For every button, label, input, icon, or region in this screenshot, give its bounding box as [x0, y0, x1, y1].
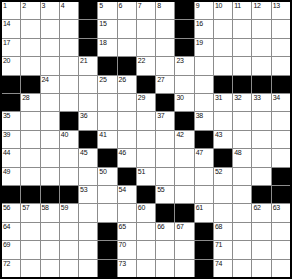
clue-number-73: 73 [119, 260, 126, 268]
clue-number-62: 62 [253, 204, 260, 212]
white-cell-r8c6[interactable]: 41 [98, 131, 116, 148]
white-cell-r13c15[interactable] [272, 223, 290, 240]
clue-number-71: 71 [215, 241, 222, 249]
white-cell-r9c10[interactable] [175, 149, 193, 166]
white-cell-r2c11[interactable]: 16 [195, 20, 213, 37]
clue-number-4: 4 [61, 2, 65, 10]
black-cell-r5c1 [2, 76, 20, 93]
clue-number-18: 18 [99, 39, 106, 47]
white-cell-r13c2[interactable] [21, 223, 39, 240]
white-cell-r1c15[interactable]: 13 [272, 2, 290, 19]
clue-number-72: 72 [3, 260, 10, 268]
white-cell-r14c3[interactable] [41, 241, 59, 258]
black-cell-r4c7 [118, 57, 136, 74]
crossword-grid: 1234567891011121314151617181920212223242… [0, 0, 292, 279]
white-cell-r9c15[interactable] [272, 149, 290, 166]
black-cell-r12c10 [175, 204, 193, 221]
clue-number-6: 6 [119, 2, 123, 10]
black-cell-r5c2 [21, 76, 39, 93]
black-cell-r11c14 [252, 186, 270, 203]
white-cell-r10c10[interactable] [175, 168, 193, 185]
clue-number-9: 9 [196, 2, 200, 10]
white-cell-r13c10[interactable]: 67 [175, 223, 193, 240]
white-cell-r2c9[interactable] [156, 20, 174, 37]
white-cell-r12c1[interactable]: 56 [2, 204, 20, 221]
clue-number-2: 2 [22, 2, 26, 10]
white-cell-r11c6[interactable] [98, 186, 116, 203]
clue-number-74: 74 [215, 260, 222, 268]
white-cell-r10c2[interactable] [21, 168, 39, 185]
white-cell-r10c3[interactable] [41, 168, 59, 185]
white-cell-r4c9[interactable] [156, 57, 174, 74]
white-cell-r14c8[interactable] [137, 241, 155, 258]
clue-number-68: 68 [215, 223, 222, 231]
black-cell-r10c15 [272, 168, 290, 185]
clue-number-69: 69 [3, 241, 10, 249]
clue-number-63: 63 [273, 204, 280, 212]
white-cell-r11c10[interactable] [175, 186, 193, 203]
white-cell-r15c8[interactable] [137, 260, 155, 277]
white-cell-r9c13[interactable]: 48 [233, 149, 251, 166]
white-cell-r2c7[interactable] [118, 20, 136, 37]
white-cell-r2c8[interactable] [137, 20, 155, 37]
white-cell-r14c13[interactable] [233, 241, 251, 258]
white-cell-r15c13[interactable] [233, 260, 251, 277]
white-cell-r6c11[interactable] [195, 94, 213, 111]
clue-number-65: 65 [119, 223, 126, 231]
white-cell-r7c14[interactable] [252, 112, 270, 129]
white-cell-r1c3[interactable]: 3 [41, 2, 59, 19]
clue-number-29: 29 [138, 94, 145, 102]
clue-number-60: 60 [138, 204, 145, 212]
white-cell-r3c13[interactable] [233, 39, 251, 56]
white-cell-r2c1[interactable]: 14 [2, 20, 20, 37]
clue-number-31: 31 [215, 94, 222, 102]
white-cell-r15c10[interactable] [175, 260, 193, 277]
white-cell-r14c10[interactable] [175, 241, 193, 258]
black-cell-r1c10 [175, 2, 193, 19]
white-cell-r6c5[interactable] [79, 94, 97, 111]
white-cell-r4c13[interactable] [233, 57, 251, 74]
white-cell-r10c4[interactable] [60, 168, 78, 185]
white-cell-r3c2[interactable] [21, 39, 39, 56]
black-cell-r4c6 [98, 57, 116, 74]
white-cell-r8c10[interactable]: 42 [175, 131, 193, 148]
white-cell-r11c13[interactable] [233, 186, 251, 203]
white-cell-r14c15[interactable] [272, 241, 290, 258]
white-cell-r14c1[interactable]: 69 [2, 241, 20, 258]
clue-number-37: 37 [157, 112, 164, 120]
black-cell-r11c15 [272, 186, 290, 203]
white-cell-r7c9[interactable]: 37 [156, 112, 174, 129]
clue-number-47: 47 [196, 149, 203, 157]
white-cell-r5c9[interactable]: 27 [156, 76, 174, 93]
white-cell-r3c15[interactable] [272, 39, 290, 56]
white-cell-r6c10[interactable]: 30 [175, 94, 193, 111]
white-cell-r6c7[interactable] [118, 94, 136, 111]
clue-number-34: 34 [273, 94, 280, 102]
clue-number-19: 19 [196, 39, 203, 47]
white-cell-r10c6[interactable]: 50 [98, 168, 116, 185]
white-cell-r1c9[interactable]: 8 [156, 2, 174, 19]
clue-number-66: 66 [157, 223, 164, 231]
white-cell-r12c15[interactable]: 63 [272, 204, 290, 221]
clue-number-51: 51 [138, 168, 145, 176]
white-cell-r1c6[interactable]: 5 [98, 2, 116, 19]
clue-number-3: 3 [42, 2, 46, 10]
white-cell-r5c11[interactable] [195, 76, 213, 93]
black-cell-r11c4 [60, 186, 78, 203]
white-cell-r6c14[interactable]: 33 [252, 94, 270, 111]
white-cell-r9c5[interactable]: 45 [79, 149, 97, 166]
white-cell-r4c15[interactable] [272, 57, 290, 74]
clue-number-20: 20 [3, 57, 10, 65]
white-cell-r15c4[interactable] [60, 260, 78, 277]
clue-number-24: 24 [42, 76, 49, 84]
white-cell-r11c12[interactable] [214, 186, 232, 203]
white-cell-r9c8[interactable] [137, 149, 155, 166]
white-cell-r12c5[interactable] [79, 204, 97, 221]
white-cell-r3c9[interactable] [156, 39, 174, 56]
black-cell-r5c8 [137, 76, 155, 93]
clue-number-45: 45 [80, 149, 87, 157]
white-cell-r9c1[interactable]: 44 [2, 149, 20, 166]
black-cell-r6c9 [156, 94, 174, 111]
black-cell-r11c8 [137, 186, 155, 203]
white-cell-r8c13[interactable] [233, 131, 251, 148]
white-cell-r13c14[interactable] [252, 223, 270, 240]
black-cell-r11c3 [41, 186, 59, 203]
white-cell-r13c3[interactable] [41, 223, 59, 240]
white-cell-r12c6[interactable] [98, 204, 116, 221]
white-cell-r13c5[interactable] [79, 223, 97, 240]
white-cell-r6c4[interactable] [60, 94, 78, 111]
white-cell-r11c5[interactable]: 53 [79, 186, 97, 203]
white-cell-r7c13[interactable] [233, 112, 251, 129]
white-cell-r5c5[interactable] [79, 76, 97, 93]
white-cell-r6c2[interactable]: 28 [21, 94, 39, 111]
white-cell-r2c6[interactable]: 15 [98, 20, 116, 37]
clue-number-41: 41 [99, 131, 106, 139]
white-cell-r2c3[interactable] [41, 20, 59, 37]
white-cell-r3c8[interactable] [137, 39, 155, 56]
clue-number-49: 49 [3, 168, 10, 176]
white-cell-r12c11[interactable]: 61 [195, 204, 213, 221]
white-cell-r2c4[interactable] [60, 20, 78, 37]
black-cell-r10c7 [118, 168, 136, 185]
clue-number-38: 38 [196, 112, 203, 120]
clue-number-16: 16 [196, 20, 203, 28]
white-cell-r14c2[interactable] [21, 241, 39, 258]
black-cell-r9c12 [214, 149, 232, 166]
white-cell-r4c11[interactable] [195, 57, 213, 74]
white-cell-r13c9[interactable]: 66 [156, 223, 174, 240]
black-cell-r5c13 [233, 76, 251, 93]
white-cell-r11c9[interactable]: 55 [156, 186, 174, 203]
clue-number-54: 54 [119, 186, 126, 194]
white-cell-r12c3[interactable]: 58 [41, 204, 59, 221]
clue-number-22: 22 [138, 57, 145, 65]
white-cell-r12c4[interactable]: 59 [60, 204, 78, 221]
white-cell-r7c12[interactable] [214, 112, 232, 129]
black-cell-r5c14 [252, 76, 270, 93]
clue-number-46: 46 [119, 149, 126, 157]
white-cell-r1c13[interactable]: 11 [233, 2, 251, 19]
black-cell-r9c6 [98, 149, 116, 166]
black-cell-r1c5 [79, 2, 97, 19]
white-cell-r6c6[interactable] [98, 94, 116, 111]
clue-number-50: 50 [99, 168, 106, 176]
white-cell-r15c9[interactable] [156, 260, 174, 277]
white-cell-r7c8[interactable] [137, 112, 155, 129]
white-cell-r11c7[interactable]: 54 [118, 186, 136, 203]
white-cell-r14c4[interactable] [60, 241, 78, 258]
white-cell-r9c14[interactable] [252, 149, 270, 166]
black-cell-r3c5 [79, 39, 97, 56]
white-cell-r5c4[interactable] [60, 76, 78, 93]
black-cell-r7c10 [175, 112, 193, 129]
white-cell-r4c2[interactable] [21, 57, 39, 74]
white-cell-r15c5[interactable] [79, 260, 97, 277]
clue-number-25: 25 [99, 76, 106, 84]
white-cell-r3c6[interactable]: 18 [98, 39, 116, 56]
clue-number-61: 61 [196, 204, 203, 212]
black-cell-r15c6 [98, 260, 116, 277]
clue-number-43: 43 [215, 131, 222, 139]
white-cell-r2c12[interactable] [214, 20, 232, 37]
white-cell-r7c6[interactable] [98, 112, 116, 129]
clue-number-53: 53 [80, 186, 87, 194]
black-cell-r8c11 [195, 131, 213, 148]
white-cell-r12c13[interactable] [233, 204, 251, 221]
clue-number-30: 30 [176, 94, 183, 102]
white-cell-r10c11[interactable] [195, 168, 213, 185]
white-cell-r12c2[interactable]: 57 [21, 204, 39, 221]
black-cell-r14c6 [98, 241, 116, 258]
white-cell-r9c3[interactable] [41, 149, 59, 166]
white-cell-r10c9[interactable] [156, 168, 174, 185]
white-cell-r4c1[interactable]: 20 [2, 57, 20, 74]
clue-number-21: 21 [80, 57, 87, 65]
white-cell-r1c1[interactable]: 1 [2, 2, 20, 19]
white-cell-r4c14[interactable] [252, 57, 270, 74]
white-cell-r5c3[interactable]: 24 [41, 76, 59, 93]
black-cell-r15c11 [195, 260, 213, 277]
white-cell-r3c7[interactable] [118, 39, 136, 56]
white-cell-r7c1[interactable]: 35 [2, 112, 20, 129]
white-cell-r8c12[interactable]: 43 [214, 131, 232, 148]
white-cell-r2c14[interactable] [252, 20, 270, 37]
white-cell-r5c6[interactable]: 25 [98, 76, 116, 93]
white-cell-r10c1[interactable]: 49 [2, 168, 20, 185]
white-cell-r3c14[interactable] [252, 39, 270, 56]
white-cell-r2c15[interactable] [272, 20, 290, 37]
clue-number-44: 44 [3, 149, 10, 157]
white-cell-r3c12[interactable] [214, 39, 232, 56]
clue-number-28: 28 [22, 94, 29, 102]
white-cell-r15c15[interactable] [272, 260, 290, 277]
clue-number-42: 42 [176, 131, 183, 139]
black-cell-r11c2 [21, 186, 39, 203]
white-cell-r5c7[interactable]: 26 [118, 76, 136, 93]
white-cell-r8c8[interactable] [137, 131, 155, 148]
clue-number-23: 23 [176, 57, 183, 65]
clue-number-56: 56 [3, 204, 10, 212]
white-cell-r4c10[interactable]: 23 [175, 57, 193, 74]
white-cell-r10c12[interactable]: 52 [214, 168, 232, 185]
white-cell-r12c14[interactable]: 62 [252, 204, 270, 221]
clue-number-59: 59 [61, 204, 68, 212]
white-cell-r4c12[interactable] [214, 57, 232, 74]
white-cell-r13c1[interactable]: 64 [2, 223, 20, 240]
clue-number-33: 33 [253, 94, 260, 102]
white-cell-r12c7[interactable] [118, 204, 136, 221]
clue-number-12: 12 [253, 2, 260, 10]
white-cell-r11c11[interactable] [195, 186, 213, 203]
white-cell-r3c3[interactable] [41, 39, 59, 56]
white-cell-r10c13[interactable] [233, 168, 251, 185]
black-cell-r13c6 [98, 223, 116, 240]
clue-number-13: 13 [273, 2, 280, 10]
clue-number-11: 11 [234, 2, 241, 10]
white-cell-r6c8[interactable]: 29 [137, 94, 155, 111]
clue-number-5: 5 [99, 2, 103, 10]
white-cell-r6c13[interactable]: 32 [233, 94, 251, 111]
black-cell-r11c1 [2, 186, 20, 203]
clue-number-32: 32 [234, 94, 241, 102]
white-cell-r14c14[interactable] [252, 241, 270, 258]
black-cell-r14c11 [195, 241, 213, 258]
white-cell-r5c10[interactable] [175, 76, 193, 93]
white-cell-r8c1[interactable]: 39 [2, 131, 20, 148]
white-cell-r4c5[interactable]: 21 [79, 57, 97, 74]
white-cell-r14c7[interactable]: 70 [118, 241, 136, 258]
clue-number-10: 10 [215, 2, 222, 10]
clue-number-14: 14 [3, 20, 10, 28]
black-cell-r5c12 [214, 76, 232, 93]
clue-number-27: 27 [157, 76, 164, 84]
black-cell-r7c4 [60, 112, 78, 129]
clue-number-55: 55 [157, 186, 164, 194]
white-cell-r3c1[interactable]: 17 [2, 39, 20, 56]
black-cell-r13c11 [195, 223, 213, 240]
white-cell-r2c13[interactable] [233, 20, 251, 37]
white-cell-r1c14[interactable]: 12 [252, 2, 270, 19]
white-cell-r1c11[interactable]: 9 [195, 2, 213, 19]
white-cell-r14c9[interactable] [156, 241, 174, 258]
clue-number-64: 64 [3, 223, 10, 231]
clue-number-7: 7 [138, 2, 142, 10]
white-cell-r8c15[interactable] [272, 131, 290, 148]
white-cell-r14c12[interactable]: 71 [214, 241, 232, 258]
clue-number-67: 67 [176, 223, 183, 231]
clue-number-26: 26 [119, 76, 126, 84]
white-cell-r3c11[interactable]: 19 [195, 39, 213, 56]
white-cell-r8c3[interactable] [41, 131, 59, 148]
black-cell-r2c10 [175, 20, 193, 37]
white-cell-r13c12[interactable]: 68 [214, 223, 232, 240]
white-cell-r6c3[interactable] [41, 94, 59, 111]
white-cell-r15c14[interactable] [252, 260, 270, 277]
white-cell-r7c2[interactable] [21, 112, 39, 129]
white-cell-r13c7[interactable]: 65 [118, 223, 136, 240]
white-cell-r13c4[interactable] [60, 223, 78, 240]
white-cell-r2c2[interactable] [21, 20, 39, 37]
white-cell-r9c11[interactable]: 47 [195, 149, 213, 166]
white-cell-r15c12[interactable]: 74 [214, 260, 232, 277]
white-cell-r10c8[interactable]: 51 [137, 168, 155, 185]
white-cell-r6c12[interactable]: 31 [214, 94, 232, 111]
white-cell-r7c15[interactable] [272, 112, 290, 129]
white-cell-r13c13[interactable] [233, 223, 251, 240]
white-cell-r1c12[interactable]: 10 [214, 2, 232, 19]
white-cell-r1c8[interactable]: 7 [137, 2, 155, 19]
white-cell-r9c7[interactable]: 46 [118, 149, 136, 166]
white-cell-r8c14[interactable] [252, 131, 270, 148]
white-cell-r15c2[interactable] [21, 260, 39, 277]
white-cell-r4c3[interactable] [41, 57, 59, 74]
clue-number-8: 8 [157, 2, 161, 10]
white-cell-r1c2[interactable]: 2 [21, 2, 39, 19]
clue-number-35: 35 [3, 112, 10, 120]
white-cell-r10c5[interactable] [79, 168, 97, 185]
clue-number-36: 36 [80, 112, 87, 120]
black-cell-r8c5 [79, 131, 97, 148]
clue-number-17: 17 [3, 39, 10, 47]
clue-number-52: 52 [215, 168, 222, 176]
white-cell-r12c12[interactable] [214, 204, 232, 221]
white-cell-r15c1[interactable]: 72 [2, 260, 20, 277]
white-cell-r3c4[interactable] [60, 39, 78, 56]
clue-number-39: 39 [3, 131, 10, 139]
white-cell-r13c8[interactable] [137, 223, 155, 240]
crossword-board: 1234567891011121314151617181920212223242… [0, 0, 292, 279]
black-cell-r3c10 [175, 39, 193, 56]
white-cell-r7c5[interactable]: 36 [79, 112, 97, 129]
white-cell-r12c8[interactable]: 60 [137, 204, 155, 221]
clue-number-70: 70 [119, 241, 126, 249]
white-cell-r8c4[interactable]: 40 [60, 131, 78, 148]
white-cell-r8c9[interactable] [156, 131, 174, 148]
white-cell-r8c7[interactable] [118, 131, 136, 148]
white-cell-r9c2[interactable] [21, 149, 39, 166]
white-cell-r10c14[interactable] [252, 168, 270, 185]
white-cell-r1c7[interactable]: 6 [118, 2, 136, 19]
white-cell-r8c2[interactable] [21, 131, 39, 148]
white-cell-r15c7[interactable]: 73 [118, 260, 136, 277]
clue-number-15: 15 [99, 20, 106, 28]
white-cell-r7c11[interactable]: 38 [195, 112, 213, 129]
clue-number-58: 58 [42, 204, 49, 212]
white-cell-r9c9[interactable] [156, 149, 174, 166]
white-cell-r4c8[interactable]: 22 [137, 57, 155, 74]
white-cell-r6c15[interactable]: 34 [272, 94, 290, 111]
white-cell-r14c5[interactable] [79, 241, 97, 258]
black-cell-r5c15 [272, 76, 290, 93]
black-cell-r12c9 [156, 204, 174, 221]
clue-number-40: 40 [61, 131, 68, 139]
white-cell-r1c4[interactable]: 4 [60, 2, 78, 19]
clue-number-57: 57 [22, 204, 29, 212]
white-cell-r9c4[interactable] [60, 149, 78, 166]
clue-number-1: 1 [3, 2, 7, 10]
white-cell-r7c3[interactable] [41, 112, 59, 129]
white-cell-r4c4[interactable] [60, 57, 78, 74]
clue-number-48: 48 [234, 149, 241, 157]
white-cell-r7c7[interactable] [118, 112, 136, 129]
black-cell-r6c1 [2, 94, 20, 111]
white-cell-r15c3[interactable] [41, 260, 59, 277]
